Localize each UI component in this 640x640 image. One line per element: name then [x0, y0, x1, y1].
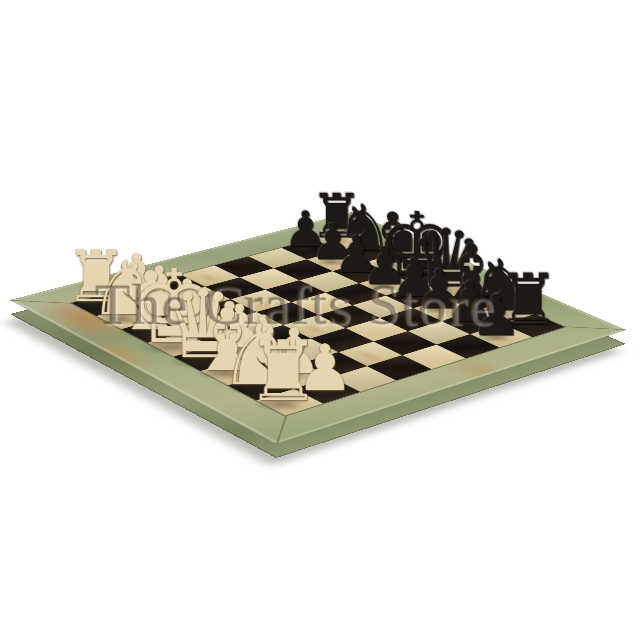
frame-miter-line — [276, 415, 287, 444]
frame-miter-line — [344, 212, 352, 231]
frame-miter-line — [564, 326, 626, 330]
frame-miter-line — [10, 300, 72, 304]
product-photo-stage: ♜♞♝♚♛♝♞♜♟♟♟♟♟♟♟♟♟♟♟♟♟♟♟♟♜♞♝♚♛♝♞♜ The Cra… — [0, 0, 640, 640]
chess-board — [10, 212, 626, 444]
